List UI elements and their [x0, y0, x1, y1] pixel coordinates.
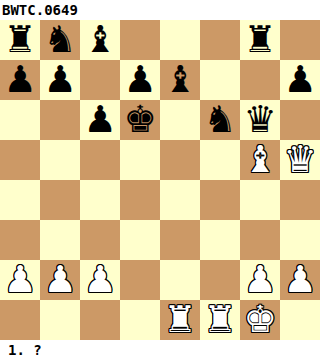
piece-white-pawn[interactable]: ♟ [283, 260, 316, 300]
square-h8[interactable] [280, 20, 320, 60]
square-c5[interactable] [80, 140, 120, 180]
square-h4[interactable] [280, 180, 320, 220]
piece-white-queen[interactable]: ♛ [283, 140, 316, 180]
square-h7[interactable]: ♟ [280, 60, 320, 100]
square-g3[interactable] [240, 220, 280, 260]
square-h2[interactable]: ♟ [280, 260, 320, 300]
piece-black-knight[interactable]: ♞ [43, 20, 76, 60]
square-b8[interactable]: ♞ [40, 20, 80, 60]
square-a1[interactable] [0, 300, 40, 340]
square-a6[interactable] [0, 100, 40, 140]
piece-white-rook[interactable]: ♜ [203, 300, 236, 340]
square-h3[interactable] [280, 220, 320, 260]
square-e8[interactable] [160, 20, 200, 60]
square-b3[interactable] [40, 220, 80, 260]
square-h6[interactable] [280, 100, 320, 140]
square-d7[interactable]: ♟ [120, 60, 160, 100]
square-c4[interactable] [80, 180, 120, 220]
piece-black-rook[interactable]: ♜ [243, 20, 276, 60]
piece-black-rook[interactable]: ♜ [3, 20, 36, 60]
square-c3[interactable] [80, 220, 120, 260]
square-f2[interactable] [200, 260, 240, 300]
piece-white-pawn[interactable]: ♟ [243, 260, 276, 300]
square-e1[interactable]: ♜ [160, 300, 200, 340]
square-d2[interactable] [120, 260, 160, 300]
square-e7[interactable]: ♝ [160, 60, 200, 100]
square-f6[interactable]: ♞ [200, 100, 240, 140]
square-b2[interactable]: ♟ [40, 260, 80, 300]
piece-black-pawn[interactable]: ♟ [283, 60, 316, 100]
piece-white-pawn[interactable]: ♟ [43, 260, 76, 300]
piece-white-pawn[interactable]: ♟ [83, 260, 116, 300]
square-f4[interactable] [200, 180, 240, 220]
square-g5[interactable]: ♝ [240, 140, 280, 180]
square-a5[interactable] [0, 140, 40, 180]
square-e6[interactable] [160, 100, 200, 140]
move-prompt: 1. ? [0, 340, 320, 360]
square-c1[interactable] [80, 300, 120, 340]
square-e2[interactable] [160, 260, 200, 300]
square-g4[interactable] [240, 180, 280, 220]
chess-puzzle-window: BWTC.0649 ♜♞♝♜♟♟♟♝♟♟♚♞♛♝♛♟♟♟♟♟♜♜♚ 1. ? [0, 0, 320, 360]
piece-white-bishop[interactable]: ♝ [243, 140, 276, 180]
square-c2[interactable]: ♟ [80, 260, 120, 300]
square-g1[interactable]: ♚ [240, 300, 280, 340]
square-h1[interactable] [280, 300, 320, 340]
piece-black-knight[interactable]: ♞ [203, 100, 236, 140]
square-c8[interactable]: ♝ [80, 20, 120, 60]
square-g2[interactable]: ♟ [240, 260, 280, 300]
square-a3[interactable] [0, 220, 40, 260]
square-d1[interactable] [120, 300, 160, 340]
square-b4[interactable] [40, 180, 80, 220]
square-b7[interactable]: ♟ [40, 60, 80, 100]
square-c7[interactable] [80, 60, 120, 100]
square-g6[interactable]: ♛ [240, 100, 280, 140]
square-d5[interactable] [120, 140, 160, 180]
piece-black-pawn[interactable]: ♟ [123, 60, 156, 100]
piece-black-bishop[interactable]: ♝ [83, 20, 116, 60]
square-d6[interactable]: ♚ [120, 100, 160, 140]
square-e4[interactable] [160, 180, 200, 220]
puzzle-id: BWTC.0649 [0, 0, 320, 20]
square-f8[interactable] [200, 20, 240, 60]
chess-board: ♜♞♝♜♟♟♟♝♟♟♚♞♛♝♛♟♟♟♟♟♜♜♚ [0, 20, 320, 340]
square-b6[interactable] [40, 100, 80, 140]
square-b1[interactable] [40, 300, 80, 340]
square-d8[interactable] [120, 20, 160, 60]
square-a4[interactable] [0, 180, 40, 220]
square-e3[interactable] [160, 220, 200, 260]
square-a8[interactable]: ♜ [0, 20, 40, 60]
piece-black-pawn[interactable]: ♟ [43, 60, 76, 100]
piece-white-rook[interactable]: ♜ [163, 300, 196, 340]
square-d4[interactable] [120, 180, 160, 220]
piece-white-king[interactable]: ♚ [243, 300, 276, 340]
square-a2[interactable]: ♟ [0, 260, 40, 300]
square-f7[interactable] [200, 60, 240, 100]
square-g8[interactable]: ♜ [240, 20, 280, 60]
piece-black-king[interactable]: ♚ [123, 100, 156, 140]
square-f5[interactable] [200, 140, 240, 180]
square-e5[interactable] [160, 140, 200, 180]
square-a7[interactable]: ♟ [0, 60, 40, 100]
square-d3[interactable] [120, 220, 160, 260]
piece-black-pawn[interactable]: ♟ [83, 100, 116, 140]
square-b5[interactable] [40, 140, 80, 180]
square-h5[interactable]: ♛ [280, 140, 320, 180]
piece-black-queen[interactable]: ♛ [243, 100, 276, 140]
square-f3[interactable] [200, 220, 240, 260]
piece-black-bishop[interactable]: ♝ [163, 60, 196, 100]
square-c6[interactable]: ♟ [80, 100, 120, 140]
piece-black-pawn[interactable]: ♟ [3, 60, 36, 100]
square-f1[interactable]: ♜ [200, 300, 240, 340]
piece-white-pawn[interactable]: ♟ [3, 260, 36, 300]
square-g7[interactable] [240, 60, 280, 100]
